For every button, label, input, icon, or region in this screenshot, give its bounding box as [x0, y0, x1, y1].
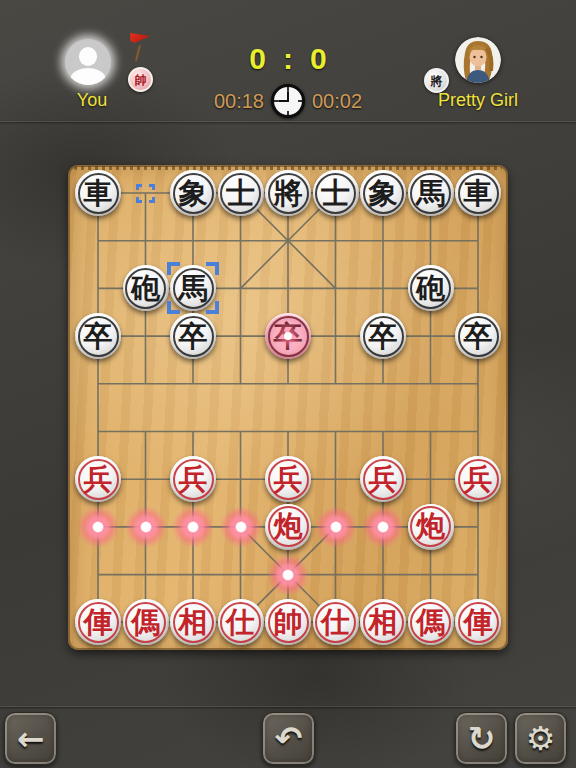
piece-black-f6r3[interactable]: 卒	[360, 313, 406, 359]
girl-portrait	[455, 37, 501, 83]
piece-black-f4r3[interactable]: 卒	[265, 313, 311, 359]
piece-red-f4r6[interactable]: 兵	[265, 456, 311, 502]
piece-red-f8r9[interactable]: 俥	[455, 599, 501, 645]
piece-black-f4r0[interactable]: 將	[265, 170, 311, 216]
piece-black-f8r0[interactable]: 車	[455, 170, 501, 216]
piece-red-f8r6[interactable]: 兵	[455, 456, 501, 502]
timer-opponent: 00:02	[312, 90, 362, 113]
piece-red-f6r9[interactable]: 相	[360, 599, 406, 645]
move-target-dot[interactable]	[266, 553, 310, 597]
piece-red-f5r9[interactable]: 仕	[313, 599, 359, 645]
move-target-dot[interactable]	[124, 505, 168, 549]
board[interactable]: 車象士將士象馬車砲馬砲卒卒卒卒卒兵兵兵兵兵炮炮俥傌相仕帥仕相傌俥	[68, 165, 508, 650]
piece-black-f7r0[interactable]: 馬	[408, 170, 454, 216]
piece-black-f8r3[interactable]: 卒	[455, 313, 501, 359]
topbar-divider	[0, 121, 576, 122]
person-silhouette-icon	[79, 47, 97, 66]
player-name-you: You	[42, 90, 142, 111]
settings-button[interactable]: ⚙	[514, 712, 567, 765]
piece-black-f0r3[interactable]: 卒	[75, 313, 121, 359]
avatar-you	[65, 39, 111, 85]
timer-you: 00:18	[214, 90, 264, 113]
avatar-opponent	[455, 37, 501, 83]
player-name-opponent: Pretty Girl	[408, 90, 548, 111]
piece-red-f7r9[interactable]: 傌	[408, 599, 454, 645]
move-target-dot[interactable]	[314, 505, 358, 549]
piece-red-f0r6[interactable]: 兵	[75, 456, 121, 502]
piece-black-f3r0[interactable]: 士	[218, 170, 264, 216]
refresh-arrow-icon: ↻	[468, 719, 496, 758]
piece-red-f7r7[interactable]: 炮	[408, 504, 454, 550]
piece-red-f3r9[interactable]: 仕	[218, 599, 264, 645]
back-button[interactable]: ←	[4, 712, 57, 765]
score-colon: :	[283, 42, 293, 76]
toolbar-divider	[0, 706, 576, 707]
restart-button[interactable]: ↻	[455, 712, 508, 765]
last-move-origin-marker	[136, 184, 155, 203]
clock-icon	[271, 84, 305, 118]
piece-black-f5r0[interactable]: 士	[313, 170, 359, 216]
score-right: 0	[310, 42, 327, 76]
move-target-dot[interactable]	[361, 505, 405, 549]
piece-black-f6r0[interactable]: 象	[360, 170, 406, 216]
score-left: 0	[249, 42, 266, 76]
piece-red-f4r7[interactable]: 炮	[265, 504, 311, 550]
move-target-dot[interactable]	[76, 505, 120, 549]
piece-red-f6r6[interactable]: 兵	[360, 456, 406, 502]
back-arrow-icon: ←	[17, 719, 45, 758]
board-pieces: 車象士將士象馬車砲馬砲卒卒卒卒卒兵兵兵兵兵炮炮俥傌相仕帥仕相傌俥	[68, 165, 508, 650]
piece-black-f2r3[interactable]: 卒	[170, 313, 216, 359]
timers: 00:18 00:02	[188, 84, 388, 118]
gear-icon: ⚙	[526, 719, 556, 758]
piece-red-f2r6[interactable]: 兵	[170, 456, 216, 502]
piece-red-f4r9[interactable]: 帥	[265, 599, 311, 645]
piece-black-f2r0[interactable]: 象	[170, 170, 216, 216]
turn-flag-icon	[129, 33, 151, 63]
piece-black-f0r0[interactable]: 車	[75, 170, 121, 216]
score: 0 : 0	[218, 42, 358, 76]
piece-black-f1r2[interactable]: 砲	[123, 265, 169, 311]
undo-button[interactable]: ↶	[262, 712, 315, 765]
move-target-dot[interactable]	[171, 505, 215, 549]
move-target-dot[interactable]	[219, 505, 263, 549]
piece-black-f7r2[interactable]: 砲	[408, 265, 454, 311]
piece-red-f0r9[interactable]: 俥	[75, 599, 121, 645]
undo-arrow-icon: ↶	[275, 719, 303, 758]
piece-red-f2r9[interactable]: 相	[170, 599, 216, 645]
last-move-destination-marker	[167, 262, 219, 314]
side-badge-red: 帥	[128, 67, 153, 92]
piece-red-f1r9[interactable]: 傌	[123, 599, 169, 645]
